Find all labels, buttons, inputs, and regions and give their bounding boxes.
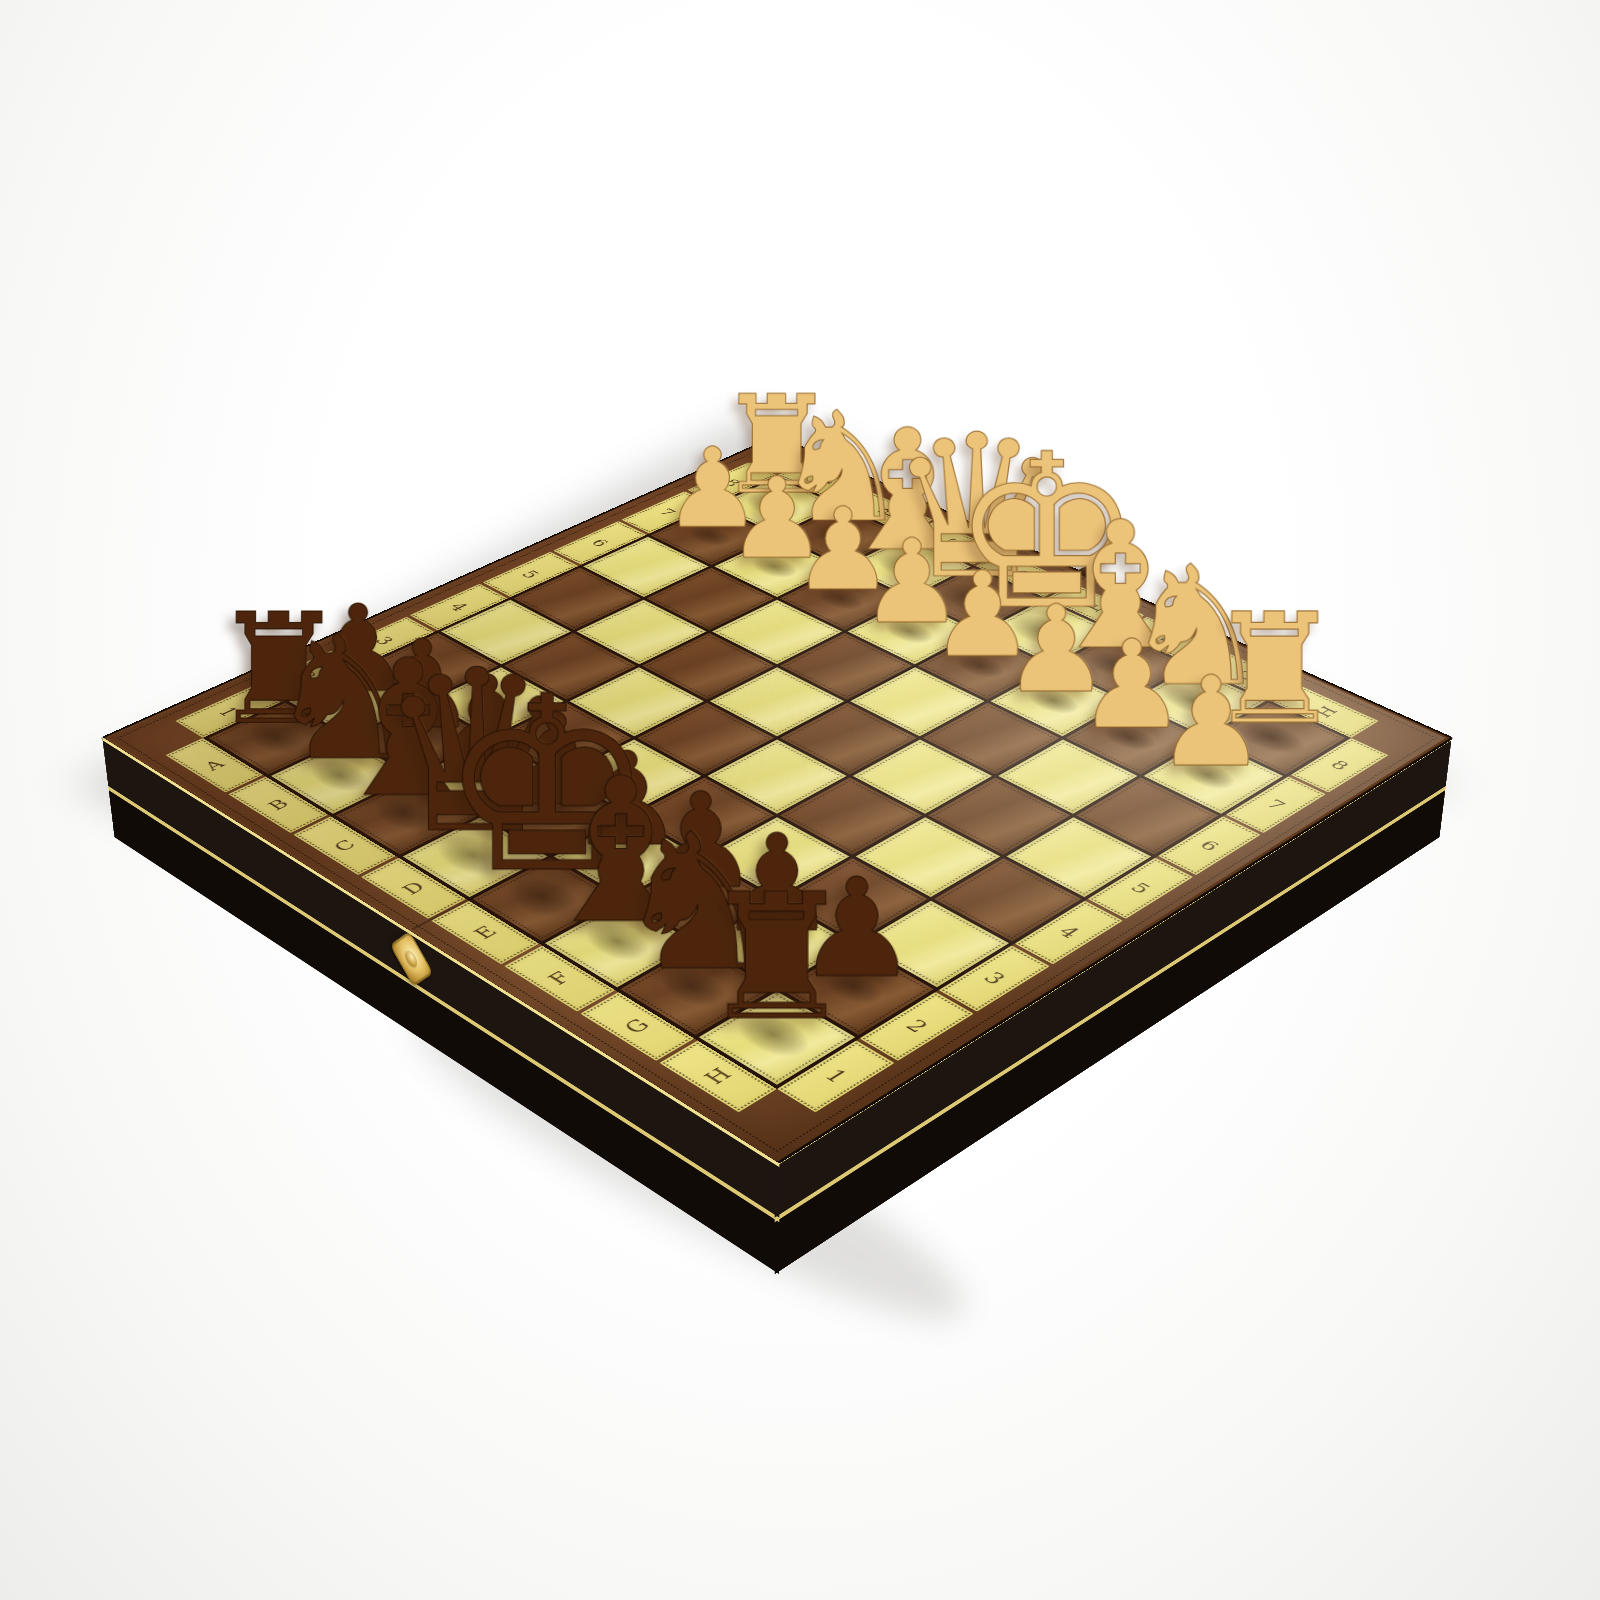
chess-board: ABCDEFGH ABCDEFGH 87654321 87654321 ♜♞♝♛… [100, 435, 1455, 1165]
pawn-glyph: ♟ [1155, 660, 1266, 784]
scene-3d: ABCDEFGH ABCDEFGH 87654321 87654321 ♜♞♝♛… [0, 0, 1600, 1600]
brass-latch [390, 931, 433, 986]
photo-backdrop: ABCDEFGH ABCDEFGH 87654321 87654321 ♜♞♝♛… [0, 0, 1600, 1600]
rook-glyph: ♜ [699, 871, 855, 1045]
